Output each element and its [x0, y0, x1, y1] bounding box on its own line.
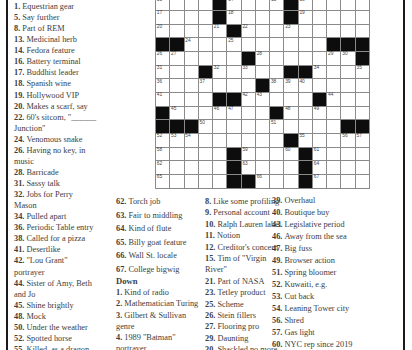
clue-line: 31. Sassy talk [14, 178, 144, 189]
grid-cell[interactable] [299, 38, 312, 51]
grid-cell[interactable] [256, 107, 269, 120]
grid-cell[interactable]: 24 [185, 38, 198, 51]
grid-cell[interactable] [242, 79, 255, 92]
grid-cell[interactable]: 57 [356, 134, 369, 147]
cell-number: 23 [285, 24, 290, 29]
grid-cell[interactable]: 45 [170, 107, 183, 120]
grid-cell[interactable] [356, 161, 369, 174]
grid-cell[interactable]: 60 [284, 148, 297, 161]
grid-cell[interactable] [313, 0, 326, 10]
grid-cell[interactable] [341, 93, 354, 106]
grid-cell[interactable] [356, 93, 369, 106]
grid-cell[interactable] [199, 148, 212, 161]
grid-cell[interactable] [327, 175, 340, 188]
cell-number: 22 [242, 24, 247, 29]
clue-line: 67. College bigwig [116, 263, 208, 277]
clue-line: 25. Scheme [205, 299, 277, 310]
grid-cell[interactable] [327, 66, 340, 79]
cell-number: 27 [171, 51, 176, 56]
grid-cell[interactable] [356, 148, 369, 161]
cell-number: 43 [257, 92, 262, 97]
grid-cell[interactable]: 35 [356, 66, 369, 79]
grid-cell[interactable]: 56 [341, 134, 354, 147]
grid-cell[interactable] [327, 11, 340, 24]
grid-cell[interactable] [199, 52, 212, 65]
down-clues-column-2: 8. Like some profiling9. Personal accoun… [205, 196, 277, 350]
grid-cell[interactable]: 64 [313, 161, 326, 174]
cell-number: 63 [242, 161, 247, 166]
grid-cell[interactable] [185, 52, 198, 65]
cell-number: 53 [171, 133, 176, 138]
grid-cell[interactable] [242, 120, 255, 133]
grid-cell[interactable]: 31 [156, 66, 169, 79]
black-cell [213, 0, 226, 10]
clue-line: 28. Barricade [14, 167, 144, 178]
cell-number: 21 [214, 24, 219, 29]
grid-cell[interactable] [185, 93, 198, 106]
down-clues-column-3: 39. Overhaul40. Boutique buy43. Legislat… [272, 195, 370, 350]
clue-line: 23. Tetley product [205, 287, 277, 298]
clue-line: 47. Big fuss [272, 243, 370, 255]
grid-cell[interactable]: 25 [227, 38, 240, 51]
grid-cell[interactable] [356, 25, 369, 38]
grid-cell[interactable] [185, 0, 198, 10]
clue-line: 3. Gilbert & Sullivan [116, 310, 216, 321]
grid-cell[interactable] [213, 175, 226, 188]
page-border-right [403, 0, 405, 350]
grid-cell[interactable] [299, 52, 312, 65]
grid-cell[interactable]: 37 [199, 79, 212, 92]
clue-line: 27. Flooring pro [205, 321, 277, 332]
grid-cell[interactable]: 26 [156, 52, 169, 65]
clue-line: 56. Shred [272, 315, 370, 327]
grid-cell[interactable] [170, 175, 183, 188]
grid-cell[interactable]: 27 [170, 52, 183, 65]
grid-cell[interactable] [242, 38, 255, 51]
cell-number: 33 [242, 65, 247, 70]
black-cell [356, 120, 369, 133]
clue-line: 26. Stein fillers [205, 310, 277, 321]
grid-cell[interactable] [199, 175, 212, 188]
clue-line: 49. Browser action [272, 255, 370, 267]
grid-cell[interactable] [284, 93, 297, 106]
grid-cell[interactable]: 29 [327, 52, 340, 65]
grid-cell[interactable] [170, 79, 183, 92]
grid-cell[interactable] [341, 175, 354, 188]
clue-line: genre [116, 321, 216, 332]
grid-cell[interactable] [170, 11, 183, 24]
grid-cell[interactable] [341, 107, 354, 120]
black-cell [313, 93, 326, 106]
clue-line: River" [205, 264, 277, 275]
black-cell [199, 66, 212, 79]
clue-line: 21. Part of NASA [205, 276, 277, 287]
grid-cell[interactable]: 33 [242, 66, 255, 79]
grid-cell[interactable]: 28 [256, 52, 269, 65]
grid-cell[interactable] [213, 79, 226, 92]
grid-cell[interactable]: 53 [170, 134, 183, 147]
grid-cell[interactable] [284, 120, 297, 133]
clue-line: 1. Equestrian gear [14, 1, 144, 12]
grid-cell[interactable] [313, 120, 326, 133]
cell-number: 18 [228, 10, 233, 15]
black-cell [256, 79, 269, 92]
black-cell [284, 11, 297, 24]
grid-cell[interactable] [270, 25, 283, 38]
cell-number: 64 [314, 161, 319, 166]
grid-cell[interactable]: 23 [284, 25, 297, 38]
black-cell [284, 0, 297, 10]
grid-cell[interactable] [213, 38, 226, 51]
cell-number: 17 [157, 10, 162, 15]
clue-line: 16. Battery terminal [14, 56, 144, 67]
clue-line: 65. Billy goat feature [116, 236, 208, 250]
black-cell [156, 107, 169, 120]
grid-cell[interactable] [227, 52, 240, 65]
cell-number: 16 [299, 0, 304, 2]
grid-cell[interactable]: 19 [299, 11, 312, 24]
grid-cell[interactable] [270, 175, 283, 188]
black-cell [284, 66, 297, 79]
grid-cell[interactable] [199, 11, 212, 24]
black-cell [227, 161, 240, 174]
grid-cell[interactable] [327, 25, 340, 38]
grid-cell[interactable] [213, 120, 226, 133]
clue-line: 11. Notion [205, 230, 277, 241]
grid-cell[interactable] [170, 66, 183, 79]
black-cell [156, 38, 169, 51]
grid-cell[interactable]: 40 [299, 79, 312, 92]
grid-cell[interactable] [170, 25, 183, 38]
clue-line: 43. Legislative period [272, 219, 370, 231]
black-cell [299, 148, 312, 161]
grid-cell[interactable] [242, 0, 255, 10]
clue-line: 17. Buddhist leader [14, 67, 144, 78]
cell-number: 35 [357, 65, 362, 70]
black-cell [213, 11, 226, 24]
clue-line: 54. Leaning Tower city [272, 303, 370, 315]
grid-cell[interactable]: 59 [242, 148, 255, 161]
grid-cell[interactable] [341, 25, 354, 38]
grid-cell[interactable]: 47 [227, 107, 240, 120]
grid-cell[interactable] [284, 161, 297, 174]
grid-cell[interactable] [284, 38, 297, 51]
grid-cell[interactable] [242, 11, 255, 24]
cell-number: 31 [157, 65, 162, 70]
grid-cell[interactable] [242, 107, 255, 120]
cell-number: 66 [257, 174, 262, 179]
cell-number: 25 [228, 38, 233, 43]
cell-number: 28 [257, 51, 262, 56]
cell-number: 56 [342, 133, 347, 138]
grid-cell[interactable] [341, 11, 354, 24]
grid-cell[interactable] [213, 52, 226, 65]
grid-cell[interactable] [270, 11, 283, 24]
grid-cell[interactable]: 51 [270, 120, 283, 133]
grid-cell[interactable] [313, 52, 326, 65]
grid-cell[interactable] [356, 79, 369, 92]
clue-line: 4. 1989 "Batman" [116, 332, 216, 343]
grid-cell[interactable]: 61 [313, 148, 326, 161]
grid-cell[interactable]: 15 [270, 0, 283, 10]
black-cell [299, 161, 312, 174]
grid-cell[interactable]: 48 [284, 107, 297, 120]
grid-cell[interactable]: 30 [341, 52, 354, 65]
clue-line: 24. Venomous snake [14, 134, 144, 145]
grid-cell[interactable] [213, 148, 226, 161]
grid-cell[interactable] [341, 79, 354, 92]
grid-cell[interactable] [327, 161, 340, 174]
clue-line: 51. Spring bloomer [272, 267, 370, 279]
clue-line: 10. Ralph Lauren label [205, 219, 277, 230]
cell-number: 37 [200, 79, 205, 84]
clue-line: 46. Away from the sea [272, 231, 370, 243]
black-cell [284, 134, 297, 147]
grid-cell[interactable] [199, 38, 212, 51]
grid-cell[interactable]: 58 [156, 148, 169, 161]
cell-number: 46 [214, 106, 219, 111]
grid-cell[interactable] [327, 107, 340, 120]
grid-cell[interactable] [256, 25, 269, 38]
cell-number: 29 [328, 51, 333, 56]
grid-cell[interactable] [256, 11, 269, 24]
grid-cell[interactable]: 34 [313, 66, 326, 79]
cell-number: 57 [357, 133, 362, 138]
grid-cell[interactable] [341, 66, 354, 79]
grid-cell[interactable]: 62 [156, 161, 169, 174]
grid-cell[interactable]: 38 [270, 79, 283, 92]
grid-cell[interactable] [185, 66, 198, 79]
grid-cell[interactable] [170, 0, 183, 10]
grid-cell[interactable]: 21 [213, 25, 226, 38]
clue-line: 9. Personal account [205, 207, 277, 218]
page-border-left [6, 0, 8, 350]
grid-cell[interactable] [213, 134, 226, 147]
grid-cell[interactable] [170, 93, 183, 106]
grid-cell[interactable]: 46 [213, 107, 226, 120]
clue-line: 62. Torch job [116, 195, 208, 209]
grid-cell[interactable] [327, 148, 340, 161]
grid-cell[interactable] [327, 120, 340, 133]
grid-cell[interactable]: 49 [313, 107, 326, 120]
cell-number: 48 [285, 106, 290, 111]
cell-number: 67 [314, 174, 319, 179]
cell-number: 65 [157, 174, 162, 179]
grid-cell[interactable]: 18 [227, 11, 240, 24]
grid-cell[interactable] [199, 107, 212, 120]
black-cell [341, 120, 354, 133]
grid-cell[interactable] [284, 175, 297, 188]
grid-cell[interactable] [313, 11, 326, 24]
black-cell [270, 107, 283, 120]
cell-number: 39 [285, 79, 290, 84]
clue-line: 1. Kind of radio [116, 287, 216, 298]
grid-cell[interactable]: 41 [156, 93, 169, 106]
grid-cell[interactable] [185, 25, 198, 38]
clue-line: 19. Hollywood VIP [14, 90, 144, 101]
cell-number: 20 [157, 24, 162, 29]
cell-number: 41 [157, 92, 162, 97]
black-cell [227, 93, 240, 106]
grid-cell[interactable] [256, 134, 269, 147]
grid-cell[interactable] [185, 107, 198, 120]
clue-line: Junction" [14, 123, 144, 134]
black-cell [227, 25, 240, 38]
clue-line: 29. Daunting [205, 333, 277, 344]
grid-cell[interactable]: 54 [185, 134, 198, 147]
grid-cell[interactable] [185, 175, 198, 188]
grid-cell[interactable] [341, 0, 354, 10]
grid-cell[interactable] [327, 0, 340, 10]
grid-cell[interactable] [299, 107, 312, 120]
clue-line: 60. NYC rep since 2019 [272, 339, 370, 350]
clue-line: 57. Gas light [272, 327, 370, 339]
grid-cell[interactable] [299, 93, 312, 106]
grid-cell[interactable] [256, 0, 269, 10]
cell-number: 42 [242, 92, 247, 97]
crossword-grid[interactable]: 1234567891011121314151617181920212223242… [155, 0, 370, 189]
grid-cell[interactable]: 52 [156, 134, 169, 147]
cell-number: 45 [171, 106, 176, 111]
grid-cell[interactable] [341, 148, 354, 161]
grid-cell[interactable]: 39 [284, 79, 297, 92]
black-cell [170, 120, 183, 133]
grid-cell[interactable]: 43 [256, 93, 269, 106]
grid-cell[interactable] [227, 120, 240, 133]
cell-number: 59 [242, 147, 247, 152]
cell-number: 49 [314, 106, 319, 111]
grid-cell[interactable]: 63 [242, 161, 255, 174]
cell-number: 61 [314, 147, 319, 152]
clue-line: 12. Creditor's concern [205, 242, 277, 253]
grid-cell[interactable] [270, 52, 283, 65]
clue-line: 39. Overhaul [272, 195, 370, 207]
cell-number: 15 [271, 0, 276, 2]
clue-line: 2. Mathematician Turing [116, 298, 216, 309]
black-cell [299, 175, 312, 188]
grid-cell[interactable] [270, 148, 283, 161]
cell-number: 60 [285, 147, 290, 152]
grid-cell[interactable] [227, 134, 240, 147]
grid-cell[interactable]: 44 [327, 93, 340, 106]
grid-cell[interactable] [270, 66, 283, 79]
cell-number: 36 [157, 79, 162, 84]
grid-cell[interactable] [341, 161, 354, 174]
grid-cell[interactable]: 22 [242, 25, 255, 38]
grid-cell[interactable]: 20 [156, 25, 169, 38]
grid-cell[interactable] [356, 11, 369, 24]
grid-cell[interactable]: 55 [299, 134, 312, 147]
down-clues-column-1: 1. Kind of radio2. Mathematician Turing3… [116, 287, 216, 350]
cell-number: 40 [299, 79, 304, 84]
clue-line: portrayer [116, 343, 216, 350]
grid-cell[interactable] [256, 120, 269, 133]
grid-cell[interactable] [256, 148, 269, 161]
clue-line: 8. Like some profiling [205, 196, 277, 207]
grid-cell[interactable] [227, 66, 240, 79]
cell-number: 13 [157, 0, 162, 2]
grid-cell[interactable]: 13 [156, 0, 169, 10]
clue-line: 13. Medicinal herb [14, 34, 144, 45]
grid-cell[interactable]: 32 [213, 66, 226, 79]
grid-cell[interactable] [199, 134, 212, 147]
clue-line: 40. Boutique buy [272, 207, 370, 219]
grid-cell[interactable] [185, 79, 198, 92]
black-cell [185, 120, 198, 133]
grid-cell[interactable]: 65 [156, 175, 169, 188]
grid-cell[interactable] [199, 161, 212, 174]
grid-cell[interactable] [327, 79, 340, 92]
grid-cell[interactable]: 17 [156, 11, 169, 24]
grid-cell[interactable] [284, 52, 297, 65]
cell-number: 47 [228, 106, 233, 111]
grid-cell[interactable]: 50 [199, 120, 212, 133]
clue-line: 5. Say further [14, 12, 144, 23]
grid-cell[interactable] [356, 107, 369, 120]
black-cell [227, 148, 240, 161]
clue-line: 66. Wall St. locale [116, 249, 208, 263]
clue-line: 26. Having no key, in [14, 145, 144, 156]
grid-cell[interactable] [270, 93, 283, 106]
grid-cell[interactable] [170, 148, 183, 161]
grid-cell[interactable] [227, 79, 240, 92]
black-cell [227, 175, 240, 188]
grid-cell[interactable] [256, 66, 269, 79]
grid-cell[interactable]: 42 [242, 93, 255, 106]
black-cell [170, 38, 183, 51]
grid-cell[interactable] [299, 25, 312, 38]
black-cell [356, 52, 369, 65]
cell-number: 26 [157, 51, 162, 56]
cell-number: 32 [214, 65, 219, 70]
grid-cell[interactable]: 36 [156, 79, 169, 92]
grid-cell[interactable] [313, 79, 326, 92]
grid-cell[interactable] [185, 11, 198, 24]
grid-cell[interactable] [313, 38, 326, 51]
grid-cell[interactable] [199, 25, 212, 38]
grid-cell[interactable] [270, 38, 283, 51]
grid-cell[interactable] [242, 134, 255, 147]
grid-cell[interactable] [313, 25, 326, 38]
grid-cell[interactable] [170, 161, 183, 174]
grid-cell[interactable]: 67 [313, 175, 326, 188]
grid-cell[interactable] [299, 120, 312, 133]
grid-cell[interactable] [313, 134, 326, 147]
grid-cell[interactable] [185, 161, 198, 174]
clue-line: 63. Fair to middling [116, 209, 208, 223]
clue-line: 20. Makes a scarf, say [14, 101, 144, 112]
cell-number: 51 [271, 120, 276, 125]
grid-cell[interactable] [270, 134, 283, 147]
black-cell [341, 38, 354, 51]
grid-cell[interactable] [199, 0, 212, 10]
grid-cell[interactable] [256, 161, 269, 174]
grid-cell[interactable] [185, 148, 198, 161]
grid-cell[interactable] [256, 38, 269, 51]
grid-cell[interactable] [270, 161, 283, 174]
grid-cell[interactable] [356, 0, 369, 10]
grid-cell[interactable]: 66 [256, 175, 269, 188]
black-cell [242, 52, 255, 65]
grid-cell[interactable]: 14 [227, 0, 240, 10]
clue-line: 53. Cut back [272, 291, 370, 303]
grid-cell[interactable] [213, 161, 226, 174]
grid-cell[interactable]: 16 [299, 0, 312, 10]
grid-cell[interactable] [356, 175, 369, 188]
black-cell [156, 120, 169, 133]
grid-cell[interactable] [327, 134, 340, 147]
grid-cell[interactable] [199, 93, 212, 106]
